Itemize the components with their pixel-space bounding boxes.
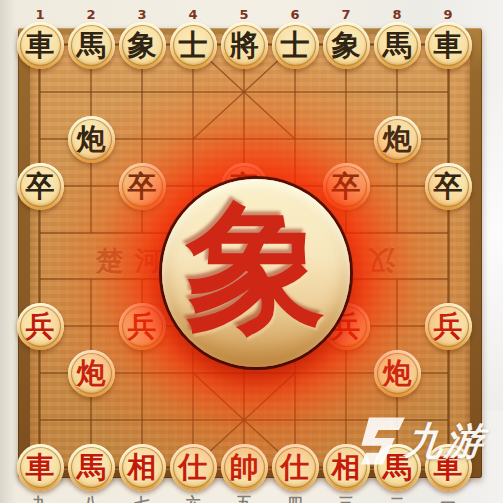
column-numeral-bottom: 七	[133, 494, 151, 503]
piece-character: 馬	[77, 453, 106, 482]
column-number-8: 8	[389, 7, 405, 22]
piece-character: 卒	[26, 172, 55, 201]
piece-character: 馬	[383, 31, 412, 60]
xiangqi-app-screen: 楚河 汉界 123456789 車馬象士將士象馬車炮炮卒卒卒卒卒兵兵兵兵兵炮炮車…	[0, 0, 503, 503]
piece-black-cannon[interactable]: 炮	[374, 116, 421, 163]
piece-character: 兵	[434, 312, 463, 341]
piece-character: 車	[26, 31, 55, 60]
piece-character: 車	[434, 31, 463, 60]
piece-character: 仕	[179, 453, 208, 482]
column-numeral-bottom: 一	[439, 494, 457, 503]
piece-character: 車	[26, 453, 55, 482]
piece-black-chariot[interactable]: 車	[17, 22, 64, 69]
piece-red-horse[interactable]: 馬	[68, 444, 115, 491]
piece-character: 帥	[230, 453, 259, 482]
piece-red-soldier[interactable]: 兵	[17, 303, 64, 350]
column-number-6: 6	[287, 7, 303, 22]
piece-red-soldier[interactable]: 兵	[119, 303, 166, 350]
piece-character: 炮	[383, 125, 412, 154]
column-number-1: 1	[32, 7, 48, 22]
piece-character: 卒	[434, 172, 463, 201]
piece-character: 卒	[332, 172, 361, 201]
piece-character: 兵	[26, 312, 55, 341]
piece-character: 炮	[77, 359, 106, 388]
column-numeral-bottom: 八	[82, 494, 100, 503]
column-number-9: 9	[440, 7, 456, 22]
piece-black-elephant[interactable]: 象	[119, 22, 166, 69]
piece-red-soldier[interactable]: 兵	[425, 303, 472, 350]
column-numeral-bottom: 四	[286, 494, 304, 503]
piece-red-cannon[interactable]: 炮	[68, 350, 115, 397]
column-numeral-bottom: 五	[235, 494, 253, 503]
center-piece-character: 象	[186, 198, 326, 338]
piece-black-elephant[interactable]: 象	[323, 22, 370, 69]
column-number-5: 5	[236, 7, 252, 22]
9game-watermark: 九游	[351, 416, 487, 466]
piece-black-soldier[interactable]: 卒	[323, 163, 370, 210]
piece-black-soldier[interactable]: 卒	[17, 163, 64, 210]
piece-red-chariot[interactable]: 車	[17, 444, 64, 491]
piece-character: 象	[332, 31, 361, 60]
piece-character: 士	[179, 31, 208, 60]
9game-logo-icon	[351, 416, 406, 466]
piece-black-soldier[interactable]: 卒	[119, 163, 166, 210]
piece-red-general[interactable]: 帥	[221, 444, 268, 491]
column-number-7: 7	[338, 7, 354, 22]
piece-character: 士	[281, 31, 310, 60]
column-numeral-bottom: 六	[184, 494, 202, 503]
piece-character: 將	[230, 31, 259, 60]
piece-character: 炮	[383, 359, 412, 388]
piece-black-advisor[interactable]: 士	[170, 22, 217, 69]
piece-character: 象	[128, 31, 157, 60]
piece-character: 仕	[281, 453, 310, 482]
column-numeral-bottom: 九	[31, 494, 49, 503]
piece-black-cannon[interactable]: 炮	[68, 116, 115, 163]
piece-character: 卒	[128, 172, 157, 201]
piece-black-general[interactable]: 將	[221, 22, 268, 69]
piece-red-elephant[interactable]: 相	[119, 444, 166, 491]
piece-character: 兵	[128, 312, 157, 341]
piece-black-chariot[interactable]: 車	[425, 22, 472, 69]
column-number-4: 4	[185, 7, 201, 22]
piece-black-horse[interactable]: 馬	[374, 22, 421, 69]
piece-character: 炮	[77, 125, 106, 154]
piece-red-advisor[interactable]: 仕	[272, 444, 319, 491]
center-elephant-splash-piece: 象	[162, 179, 350, 367]
piece-character: 馬	[77, 31, 106, 60]
piece-black-horse[interactable]: 馬	[68, 22, 115, 69]
column-numeral-bottom: 三	[337, 494, 355, 503]
piece-black-soldier[interactable]: 卒	[425, 163, 472, 210]
piece-black-advisor[interactable]: 士	[272, 22, 319, 69]
piece-red-cannon[interactable]: 炮	[374, 350, 421, 397]
piece-character: 相	[128, 453, 157, 482]
column-number-3: 3	[134, 7, 150, 22]
column-number-2: 2	[83, 7, 99, 22]
column-numeral-bottom: 二	[388, 494, 406, 503]
piece-red-advisor[interactable]: 仕	[170, 444, 217, 491]
watermark-text: 九游	[403, 422, 487, 460]
